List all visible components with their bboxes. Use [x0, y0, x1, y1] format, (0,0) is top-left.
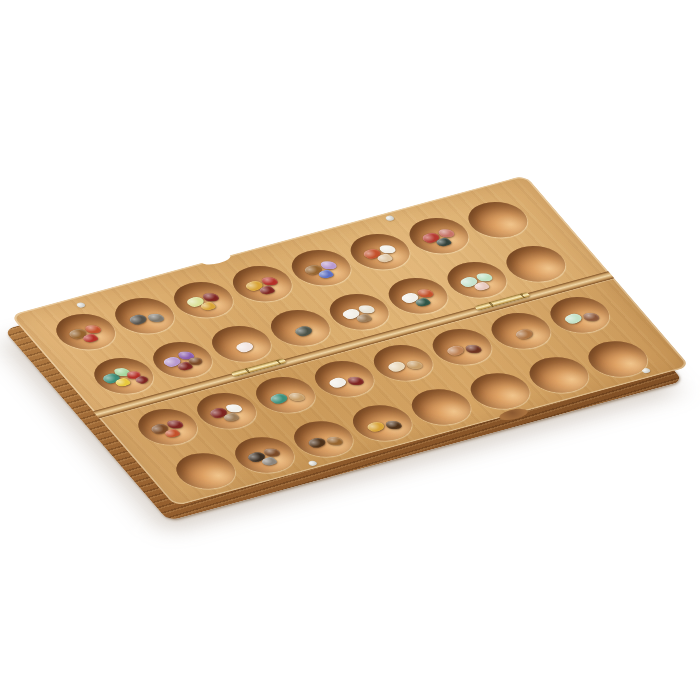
gem-stone [326, 376, 349, 390]
gem-stone [146, 313, 164, 322]
mancala-board [10, 175, 690, 506]
gem-stone [188, 357, 203, 365]
gem-stone [364, 420, 387, 434]
gem-stone [325, 436, 343, 445]
gem-stone [267, 392, 290, 406]
gem-stone [233, 340, 256, 354]
gem-stone [405, 360, 423, 369]
gem-stone [582, 312, 600, 321]
product-photo-scene [0, 0, 700, 700]
gem-stone [305, 436, 328, 450]
gem-stone [385, 360, 408, 374]
gem-stone [464, 344, 482, 353]
gem-stone [346, 376, 364, 385]
gem-stone [292, 324, 315, 338]
gem-stone [562, 312, 585, 326]
gem-stone [126, 313, 149, 327]
gem-stone [512, 327, 535, 341]
gem-stone [384, 420, 402, 429]
gem-stone [287, 392, 305, 401]
gem-stone [444, 344, 467, 358]
